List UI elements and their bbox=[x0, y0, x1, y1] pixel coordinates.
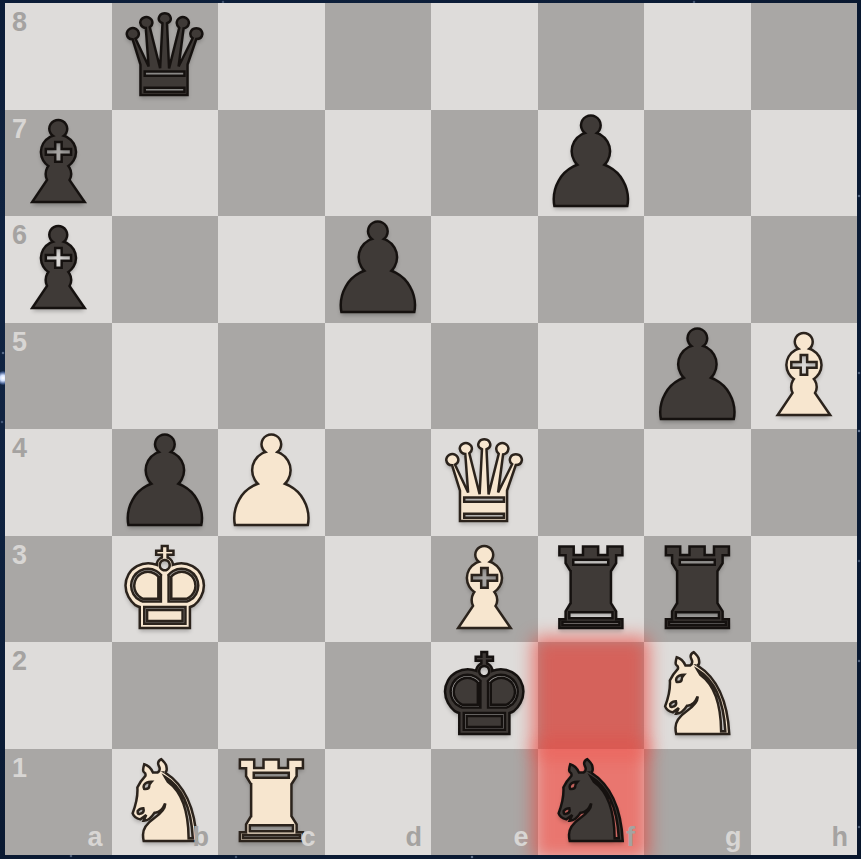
square-a5[interactable]: 5 bbox=[5, 323, 112, 430]
square-f3[interactable]: ♜ bbox=[538, 536, 645, 643]
square-b2[interactable] bbox=[112, 642, 219, 749]
file-label-b: b bbox=[193, 824, 210, 851]
square-h7[interactable] bbox=[751, 110, 858, 217]
square-b6[interactable] bbox=[112, 216, 219, 323]
square-e4[interactable]: ♛ bbox=[431, 429, 538, 536]
black-pawn[interactable]: ♟ bbox=[538, 110, 645, 217]
square-a1[interactable]: 1a bbox=[5, 749, 112, 856]
square-h1[interactable]: h bbox=[751, 749, 858, 856]
square-d6[interactable]: ♟ bbox=[325, 216, 432, 323]
square-e8[interactable] bbox=[431, 3, 538, 110]
square-e1[interactable]: e bbox=[431, 749, 538, 856]
square-e2[interactable]: ♚ bbox=[431, 642, 538, 749]
square-c6[interactable] bbox=[218, 216, 325, 323]
square-a8[interactable]: 8 bbox=[5, 3, 112, 110]
white-queen[interactable]: ♛ bbox=[431, 429, 538, 536]
square-g1[interactable]: g bbox=[644, 749, 751, 856]
rank-label-8: 8 bbox=[12, 9, 27, 36]
file-label-g: g bbox=[725, 824, 742, 851]
square-b4[interactable]: ♟ bbox=[112, 429, 219, 536]
white-bishop[interactable]: ♝ bbox=[431, 536, 538, 643]
square-f7[interactable]: ♟ bbox=[538, 110, 645, 217]
rank-label-4: 4 bbox=[12, 435, 27, 462]
black-queen[interactable]: ♛ bbox=[112, 3, 219, 110]
square-g7[interactable] bbox=[644, 110, 751, 217]
file-label-a: a bbox=[87, 824, 102, 851]
square-e7[interactable] bbox=[431, 110, 538, 217]
black-pawn[interactable]: ♟ bbox=[325, 216, 432, 323]
square-d3[interactable] bbox=[325, 536, 432, 643]
square-g8[interactable] bbox=[644, 3, 751, 110]
square-d4[interactable] bbox=[325, 429, 432, 536]
square-h4[interactable] bbox=[751, 429, 858, 536]
square-e6[interactable] bbox=[431, 216, 538, 323]
square-g2[interactable]: ♞ bbox=[644, 642, 751, 749]
square-f2[interactable] bbox=[538, 642, 645, 749]
square-h3[interactable] bbox=[751, 536, 858, 643]
file-label-f: f bbox=[626, 824, 635, 851]
square-e5[interactable] bbox=[431, 323, 538, 430]
black-king[interactable]: ♚ bbox=[431, 642, 538, 749]
square-c8[interactable] bbox=[218, 3, 325, 110]
rank-label-7: 7 bbox=[12, 116, 27, 143]
file-label-c: c bbox=[300, 824, 315, 851]
starfield-background bbox=[0, 0, 2, 2]
square-c7[interactable] bbox=[218, 110, 325, 217]
square-d2[interactable] bbox=[325, 642, 432, 749]
square-a3[interactable]: 3 bbox=[5, 536, 112, 643]
square-h8[interactable] bbox=[751, 3, 858, 110]
white-bishop[interactable]: ♝ bbox=[751, 323, 858, 430]
file-label-h: h bbox=[832, 824, 849, 851]
square-f5[interactable] bbox=[538, 323, 645, 430]
square-a2[interactable]: 2 bbox=[5, 642, 112, 749]
square-a6[interactable]: 6♝ bbox=[5, 216, 112, 323]
rank-label-2: 2 bbox=[12, 648, 27, 675]
square-h6[interactable] bbox=[751, 216, 858, 323]
square-g3[interactable]: ♜ bbox=[644, 536, 751, 643]
square-g5[interactable]: ♟ bbox=[644, 323, 751, 430]
white-pawn[interactable]: ♟ bbox=[218, 429, 325, 536]
rank-label-6: 6 bbox=[12, 222, 27, 249]
square-a7[interactable]: 7♝ bbox=[5, 110, 112, 217]
square-b8[interactable]: ♛ bbox=[112, 3, 219, 110]
rank-label-5: 5 bbox=[12, 329, 27, 356]
square-f1[interactable]: f♞ bbox=[538, 749, 645, 856]
square-h2[interactable] bbox=[751, 642, 858, 749]
chess-board: 8♛7♝♟6♝♟5♟♝4♟♟♛3♚♝♜♜2♚♞1ab♞c♜def♞gh bbox=[5, 3, 857, 855]
black-rook[interactable]: ♜ bbox=[538, 536, 645, 643]
square-b1[interactable]: b♞ bbox=[112, 749, 219, 856]
square-b7[interactable] bbox=[112, 110, 219, 217]
square-d1[interactable]: d bbox=[325, 749, 432, 856]
white-king[interactable]: ♚ bbox=[112, 536, 219, 643]
file-label-e: e bbox=[513, 824, 528, 851]
square-c2[interactable] bbox=[218, 642, 325, 749]
black-pawn[interactable]: ♟ bbox=[644, 323, 751, 430]
rank-label-3: 3 bbox=[12, 542, 27, 569]
black-pawn[interactable]: ♟ bbox=[112, 429, 219, 536]
square-b3[interactable]: ♚ bbox=[112, 536, 219, 643]
white-knight[interactable]: ♞ bbox=[644, 642, 751, 749]
square-e3[interactable]: ♝ bbox=[431, 536, 538, 643]
square-d8[interactable] bbox=[325, 3, 432, 110]
file-label-d: d bbox=[406, 824, 423, 851]
square-f4[interactable] bbox=[538, 429, 645, 536]
square-h5[interactable]: ♝ bbox=[751, 323, 858, 430]
black-rook[interactable]: ♜ bbox=[644, 536, 751, 643]
square-c1[interactable]: c♜ bbox=[218, 749, 325, 856]
square-a4[interactable]: 4 bbox=[5, 429, 112, 536]
rank-label-1: 1 bbox=[12, 755, 27, 782]
square-c4[interactable]: ♟ bbox=[218, 429, 325, 536]
